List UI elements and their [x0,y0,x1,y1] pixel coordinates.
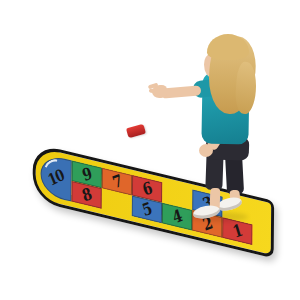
child-figure [0,0,300,300]
product-photo-scene: 10 9 8 7 6 5 4 3 2 [0,0,300,300]
girl-finger [149,89,158,93]
girl-fist [199,144,213,157]
